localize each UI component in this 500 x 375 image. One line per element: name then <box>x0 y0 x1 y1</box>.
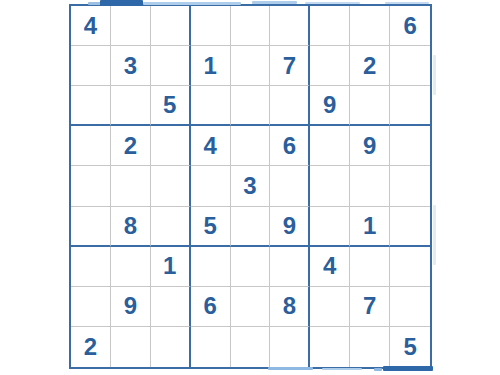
cell-r4c3[interactable] <box>151 126 191 166</box>
artifact-smudge-12 <box>433 205 436 265</box>
cell-r9c9[interactable]: 5 <box>390 327 430 367</box>
cell-r9c7[interactable] <box>310 327 350 367</box>
cell-r7c2[interactable] <box>111 247 151 287</box>
cell-r1c6[interactable] <box>270 6 310 46</box>
cell-r3c1[interactable] <box>71 86 111 126</box>
cell-r4c1[interactable] <box>71 126 111 166</box>
cell-r2c8[interactable]: 2 <box>350 46 390 86</box>
cell-r5c2[interactable] <box>111 166 151 206</box>
cell-r6c4[interactable]: 5 <box>191 207 231 247</box>
cell-r2c7[interactable] <box>310 46 350 86</box>
cell-r4c7[interactable] <box>310 126 350 166</box>
sudoku-board: 4631725924693859114968725 <box>69 4 432 369</box>
cell-r8c3[interactable] <box>151 287 191 327</box>
cell-r7c4[interactable] <box>191 247 231 287</box>
cell-r4c9[interactable] <box>390 126 430 166</box>
cell-r2c6[interactable]: 7 <box>270 46 310 86</box>
cell-r1c4[interactable] <box>191 6 231 46</box>
cell-r7c5[interactable] <box>231 247 271 287</box>
cell-r6c3[interactable] <box>151 207 191 247</box>
cell-r8c1[interactable] <box>71 287 111 327</box>
cell-r3c9[interactable] <box>390 86 430 126</box>
cell-r1c9[interactable]: 6 <box>390 6 430 46</box>
cell-r5c7[interactable] <box>310 166 350 206</box>
cell-r5c1[interactable] <box>71 166 111 206</box>
cell-r8c4[interactable]: 6 <box>191 287 231 327</box>
cell-r5c9[interactable] <box>390 166 430 206</box>
cell-r3c4[interactable] <box>191 86 231 126</box>
cell-r3c3[interactable]: 5 <box>151 86 191 126</box>
cell-r1c3[interactable] <box>151 6 191 46</box>
cell-r4c4[interactable]: 4 <box>191 126 231 166</box>
cell-r4c5[interactable] <box>231 126 271 166</box>
cell-r3c7[interactable]: 9 <box>310 86 350 126</box>
cell-r7c6[interactable] <box>270 247 310 287</box>
cell-r2c3[interactable] <box>151 46 191 86</box>
cell-r9c6[interactable] <box>270 327 310 367</box>
cell-r3c5[interactable] <box>231 86 271 126</box>
cell-r6c5[interactable] <box>231 207 271 247</box>
cell-r6c9[interactable] <box>390 207 430 247</box>
cell-r9c5[interactable] <box>231 327 271 367</box>
cell-r1c8[interactable] <box>350 6 390 46</box>
cell-r7c8[interactable] <box>350 247 390 287</box>
cell-r9c8[interactable] <box>350 327 390 367</box>
cell-r8c7[interactable] <box>310 287 350 327</box>
cell-r1c2[interactable] <box>111 6 151 46</box>
cell-r6c7[interactable] <box>310 207 350 247</box>
cell-r9c4[interactable] <box>191 327 231 367</box>
cell-r7c1[interactable] <box>71 247 111 287</box>
cell-r6c1[interactable] <box>71 207 111 247</box>
cell-r4c2[interactable]: 2 <box>111 126 151 166</box>
artifact-smudge-11 <box>433 55 436 95</box>
cell-r9c3[interactable] <box>151 327 191 367</box>
cell-r7c7[interactable]: 4 <box>310 247 350 287</box>
cell-r8c6[interactable]: 8 <box>270 287 310 327</box>
cell-r2c5[interactable] <box>231 46 271 86</box>
cell-r4c8[interactable]: 9 <box>350 126 390 166</box>
cell-r4c6[interactable]: 6 <box>270 126 310 166</box>
cell-r5c8[interactable] <box>350 166 390 206</box>
cell-r2c1[interactable] <box>71 46 111 86</box>
cell-r6c8[interactable]: 1 <box>350 207 390 247</box>
cell-r6c6[interactable]: 9 <box>270 207 310 247</box>
cell-r3c8[interactable] <box>350 86 390 126</box>
cell-r2c2[interactable]: 3 <box>111 46 151 86</box>
cell-r1c1[interactable]: 4 <box>71 6 111 46</box>
cell-r5c3[interactable] <box>151 166 191 206</box>
cell-r3c2[interactable] <box>111 86 151 126</box>
cell-r1c5[interactable] <box>231 6 271 46</box>
cell-r7c9[interactable] <box>390 247 430 287</box>
cell-r3c6[interactable] <box>270 86 310 126</box>
cell-r9c1[interactable]: 2 <box>71 327 111 367</box>
cell-r9c2[interactable] <box>111 327 151 367</box>
cell-r2c4[interactable]: 1 <box>191 46 231 86</box>
cell-r5c6[interactable] <box>270 166 310 206</box>
cell-r6c2[interactable]: 8 <box>111 207 151 247</box>
cell-r8c5[interactable] <box>231 287 271 327</box>
cell-r5c4[interactable] <box>191 166 231 206</box>
cell-r8c9[interactable] <box>390 287 430 327</box>
cell-r2c9[interactable] <box>390 46 430 86</box>
cell-r1c7[interactable] <box>310 6 350 46</box>
cell-r8c2[interactable]: 9 <box>111 287 151 327</box>
cell-r8c8[interactable]: 7 <box>350 287 390 327</box>
cell-r7c3[interactable]: 1 <box>151 247 191 287</box>
sudoku-page: 4631725924693859114968725 <box>0 0 500 375</box>
cell-r5c5[interactable]: 3 <box>231 166 271 206</box>
